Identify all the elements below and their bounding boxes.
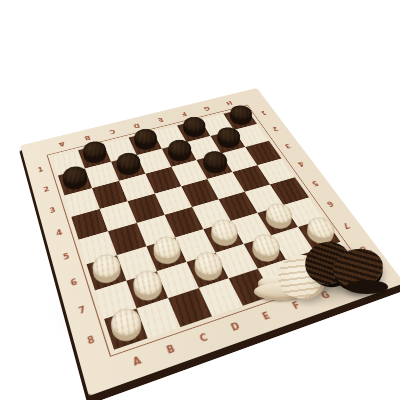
tray-piece-black-edge[interactable] [346, 280, 388, 294]
piece-white-man-g6[interactable] [261, 207, 295, 232]
square-g6[interactable] [258, 205, 299, 235]
offboard-piece-tray [248, 238, 400, 318]
board-3d-scene: ABCDEFGH ABCDEFGH 12345678 12345678 [0, 0, 400, 400]
piece-white-man-a6[interactable] [90, 258, 123, 288]
piece-white-man-a8[interactable] [108, 312, 144, 346]
piece-black-man-a2[interactable] [61, 171, 89, 193]
product-photo-scene: ABCDEFGH ABCDEFGH 12345678 12345678 [0, 0, 400, 400]
piece-black-man-f3[interactable] [199, 156, 229, 177]
piece-black-man-h1[interactable] [226, 110, 254, 128]
